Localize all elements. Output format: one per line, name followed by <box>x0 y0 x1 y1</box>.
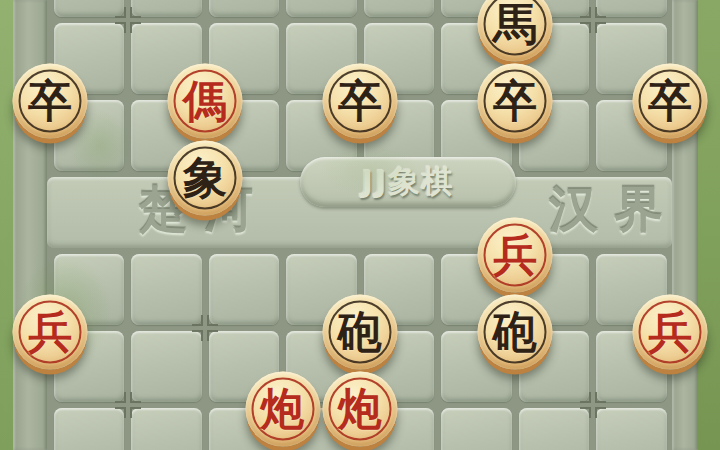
board-tile <box>131 254 202 325</box>
table-edge-left <box>0 0 14 450</box>
piece-red-cannon[interactable]: 炮 <box>245 372 320 447</box>
board-tile <box>54 408 125 450</box>
board-tile <box>209 254 280 325</box>
piece-character: 象 <box>183 155 227 199</box>
piece-character: 卒 <box>338 78 382 122</box>
board-tile <box>209 0 280 17</box>
piece-black-soldier[interactable]: 卒 <box>478 64 553 139</box>
piece-character: 馬 <box>493 1 537 45</box>
piece-character: 傌 <box>183 78 227 122</box>
board-tile <box>364 0 435 17</box>
piece-character: 炮 <box>338 386 382 430</box>
piece-red-cannon[interactable]: 炮 <box>323 372 398 447</box>
point-marker <box>192 315 218 341</box>
piece-character: 兵 <box>648 309 692 353</box>
point-marker <box>580 7 606 33</box>
piece-black-cannon[interactable]: 砲 <box>478 295 553 370</box>
piece-character: 卒 <box>493 78 537 122</box>
app-logo: JJ象棋 <box>361 161 454 203</box>
board-tile <box>519 408 590 450</box>
table-edge-right <box>698 0 720 450</box>
piece-character: 兵 <box>493 232 537 276</box>
board-tile <box>441 408 512 450</box>
piece-red-soldier[interactable]: 兵 <box>633 295 708 370</box>
board-tile <box>286 0 357 17</box>
board-tile <box>54 0 125 17</box>
piece-black-elephant[interactable]: 象 <box>168 141 243 216</box>
board-tile <box>131 0 202 17</box>
piece-red-soldier[interactable]: 兵 <box>478 218 553 293</box>
board-tile <box>596 0 667 17</box>
point-marker <box>580 392 606 418</box>
piece-character: 砲 <box>493 309 537 353</box>
board-tile <box>131 331 202 402</box>
board-tile <box>596 408 667 450</box>
piece-black-cannon[interactable]: 砲 <box>323 295 398 370</box>
piece-black-soldier[interactable]: 卒 <box>13 64 88 139</box>
app-logo-capsule: JJ象棋 <box>300 157 516 207</box>
river-band: 楚河 汉界 JJ象棋 <box>47 177 672 248</box>
piece-black-soldier[interactable]: 卒 <box>323 64 398 139</box>
piece-red-horse[interactable]: 傌 <box>168 64 243 139</box>
point-marker <box>115 392 141 418</box>
piece-red-soldier[interactable]: 兵 <box>13 295 88 370</box>
board-tile <box>131 408 202 450</box>
point-marker <box>115 7 141 33</box>
piece-character: 兵 <box>28 309 72 353</box>
piece-character: 卒 <box>648 78 692 122</box>
river-label-hanjie: 汉界 <box>549 185 679 234</box>
game-screen: 楚河 汉界 JJ象棋 馬卒傌卒卒卒象兵兵砲砲兵炮炮 <box>0 0 720 450</box>
piece-character: 卒 <box>28 78 72 122</box>
piece-character: 炮 <box>261 386 305 430</box>
piece-character: 砲 <box>338 309 382 353</box>
piece-black-soldier[interactable]: 卒 <box>633 64 708 139</box>
